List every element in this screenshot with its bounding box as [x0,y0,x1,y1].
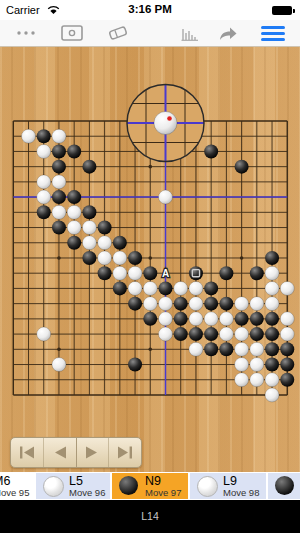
stone-black[interactable] [174,297,188,311]
stone-black[interactable] [204,342,218,356]
stone-black[interactable] [143,312,157,326]
stone-white[interactable] [143,281,157,295]
stone-black[interactable] [204,297,218,311]
stone-black[interactable] [37,129,51,143]
stone-white[interactable] [82,236,96,250]
stone-black[interactable] [174,327,188,341]
stone-white[interactable] [113,266,127,280]
app-screen: Carrier 3:16 PM A [0,0,300,533]
star-point [240,256,244,260]
stone-white[interactable] [189,312,203,326]
step-forward-button[interactable] [76,438,109,467]
move-cell[interactable]: L9Move 98 [190,473,266,499]
stone-black[interactable] [82,251,96,265]
status-time: 3:16 PM [0,3,300,15]
stone-black[interactable] [280,342,294,356]
stone-black[interactable] [67,144,81,158]
stone-white[interactable] [250,297,264,311]
move-list-strip: M6Move 95L5Move 96N9Move 97L9Move 98N [0,472,300,500]
chart-icon[interactable] [176,20,204,46]
stone-black[interactable] [82,205,96,219]
black-stone-icon [119,476,138,495]
stone-white[interactable] [52,129,66,143]
stone-black[interactable] [174,312,188,326]
white-stone-icon [197,476,218,497]
stone-black[interactable] [52,160,66,174]
move-number-label: Move 96 [69,487,105,498]
stone-white[interactable] [37,144,51,158]
stone-white[interactable] [98,236,112,250]
stone-black[interactable] [128,358,142,372]
battery-icon [272,6,292,15]
stone-white[interactable] [265,297,279,311]
stone-black[interactable] [265,358,279,372]
stone-white[interactable] [265,388,279,402]
stone-black[interactable] [250,312,264,326]
stone-white[interactable] [52,205,66,219]
stone-white[interactable] [22,129,36,143]
stone-black[interactable] [204,281,218,295]
stone-white[interactable] [128,266,142,280]
skip-to-start-button[interactable] [11,438,43,467]
screen-capture-icon[interactable] [58,20,86,46]
stone-black[interactable] [280,358,294,372]
stone-white[interactable] [82,221,96,235]
stone-black[interactable] [98,266,112,280]
stone-black[interactable] [159,281,173,295]
stone-black[interactable] [37,205,51,219]
stone-black[interactable] [52,190,66,204]
eraser-icon[interactable] [104,20,132,46]
stone-black[interactable] [113,236,127,250]
stone-white[interactable] [37,327,51,341]
stone-white[interactable] [37,175,51,189]
move-coord-label: M6 [0,474,10,488]
stone-black[interactable] [67,236,81,250]
stone-black[interactable] [265,312,279,326]
move-number-label: Move 95 [0,487,29,498]
stone-white[interactable] [98,251,112,265]
stone-white[interactable] [204,312,218,326]
move-cell-current[interactable]: N9Move 97 [112,473,188,499]
stone-white[interactable] [52,175,66,189]
stone-white[interactable] [67,221,81,235]
move-number-label: Move 98 [223,487,259,498]
stone-black[interactable] [98,221,112,235]
stone-white[interactable] [219,312,233,326]
move-cell[interactable]: N [268,473,300,499]
black-stone-icon [275,476,294,495]
move-coord-label: N9 [145,474,161,488]
touch-coordinate-label: L14 [0,510,300,522]
stone-white[interactable] [265,373,279,387]
stone-black[interactable] [235,312,249,326]
move-number-label: Move 97 [145,487,181,498]
stone-white[interactable] [235,373,249,387]
variation-label-a[interactable]: A [162,268,169,279]
more-icon[interactable] [12,20,40,46]
stone-black[interactable] [265,327,279,341]
star-point [57,348,61,352]
stone-white[interactable] [235,297,249,311]
stone-black[interactable] [67,190,81,204]
stone-white[interactable] [189,281,203,295]
stone-black[interactable] [189,327,203,341]
stone-white[interactable] [235,342,249,356]
stone-black[interactable] [219,266,233,280]
go-board[interactable]: A [0,46,300,437]
stone-white[interactable] [143,297,157,311]
stone-white[interactable] [159,190,173,204]
stone-white[interactable] [52,358,66,372]
toolbar [0,20,300,47]
move-coord-label: L5 [69,474,83,488]
star-point [148,348,152,352]
stone-white[interactable] [159,312,173,326]
stone-black[interactable] [265,251,279,265]
stone-white[interactable] [113,251,127,265]
stone-black[interactable] [143,266,157,280]
stone-black[interactable] [280,373,294,387]
stone-black[interactable] [250,327,264,341]
step-back-button[interactable] [43,438,76,467]
move-coord-label: L9 [223,474,237,488]
stone-white[interactable] [265,266,279,280]
stone-white[interactable] [128,281,142,295]
stone-white[interactable] [235,327,249,341]
stone-black[interactable] [128,297,142,311]
stone-white[interactable] [250,342,264,356]
stone-black[interactable] [52,221,66,235]
move-cell[interactable]: M6Move 95 [0,473,34,499]
stone-white[interactable] [250,358,264,372]
stone-black[interactable] [128,251,142,265]
skip-to-end-button[interactable] [108,438,141,467]
stone-white[interactable] [159,327,173,341]
replay-nav-bar [10,437,142,468]
stone-black[interactable] [250,266,264,280]
status-bar: Carrier 3:16 PM [0,0,300,20]
stone-black[interactable] [204,144,218,158]
stone-white[interactable] [159,297,173,311]
white-stone-icon [43,476,64,497]
red-touch-dot [167,116,172,121]
stone-white[interactable] [280,281,294,295]
star-point [57,256,61,260]
share-icon[interactable] [214,20,242,46]
stone-white[interactable] [174,281,188,295]
preview-stone-magnified [154,112,177,135]
star-point [148,256,152,260]
stone-white[interactable] [235,358,249,372]
stone-black[interactable] [219,297,233,311]
bottom-bar: L14 [0,500,300,533]
stone-white[interactable] [67,205,81,219]
stone-white[interactable] [37,190,51,204]
stone-black[interactable] [204,327,218,341]
stone-white[interactable] [265,281,279,295]
stone-white[interactable] [219,327,233,341]
stone-black[interactable] [265,342,279,356]
stone-white[interactable] [280,327,294,341]
stone-black[interactable] [235,160,249,174]
stone-black[interactable] [113,281,127,295]
stone-white[interactable] [189,342,203,356]
stone-white[interactable] [250,373,264,387]
stone-black[interactable] [219,342,233,356]
stone-white[interactable] [280,312,294,326]
stone-black[interactable] [82,160,96,174]
stone-black[interactable] [189,266,203,280]
menu-icon[interactable] [258,20,288,46]
star-point [148,165,152,169]
stone-white[interactable] [189,297,203,311]
stone-black[interactable] [52,144,66,158]
move-cell[interactable]: L5Move 96 [36,473,110,499]
